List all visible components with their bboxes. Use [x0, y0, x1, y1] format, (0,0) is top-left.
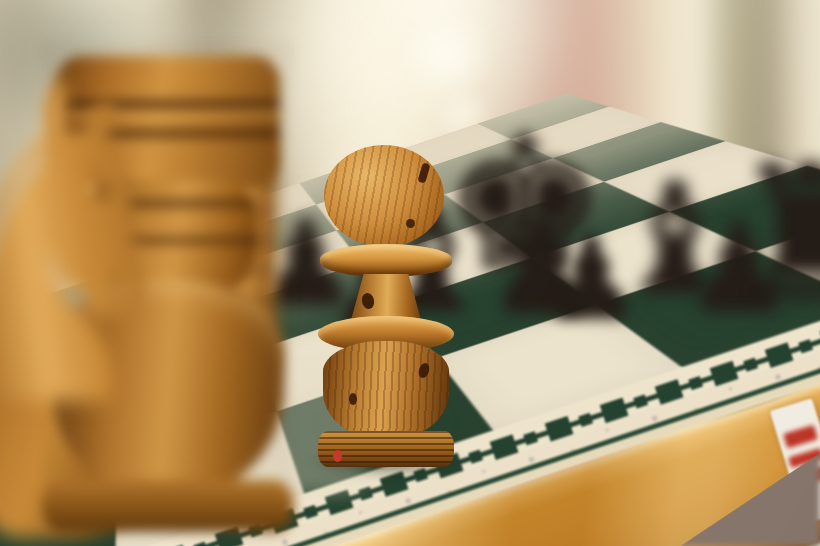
border-chain-motif [0, 263, 820, 546]
board-square [436, 305, 684, 433]
foreground-wood-piece-knob [220, 122, 270, 172]
chess-photo-scene: ♟ ♚ ♝ ♟ ♟ ♟ ♝ ♟ ♜ ♞ [0, 0, 820, 546]
pawn-shadow [308, 446, 468, 478]
board-square [277, 358, 495, 496]
board-square [299, 153, 413, 204]
black-pawn-piece: ♟ [328, 234, 427, 344]
pawn-shoulder-ring [318, 316, 454, 352]
border-outer-edge [0, 302, 820, 546]
board-square [210, 183, 316, 237]
board-square [0, 303, 23, 376]
sticker-red-print [788, 448, 820, 468]
board-square [241, 263, 394, 350]
background-light-glow [150, 0, 590, 200]
board-square [218, 205, 336, 267]
black-pawn-piece: ♟ [684, 208, 793, 330]
board-square [483, 182, 670, 258]
board-square [604, 141, 807, 212]
wood-knot [417, 162, 430, 183]
board-depth-haze [0, 94, 820, 546]
pawn-neck [351, 274, 421, 320]
rook-base [42, 480, 294, 532]
foreground-knight-piece: ♞ [0, 27, 200, 469]
board-square [336, 194, 482, 262]
foreground-rook-piece [44, 42, 292, 528]
focus-pawn-piece [318, 145, 454, 467]
wood-knot [349, 393, 357, 405]
floor-corner [0, 0, 820, 546]
board-square [414, 139, 553, 194]
board-square [316, 172, 445, 231]
board-square [511, 107, 660, 159]
board-square [669, 166, 820, 252]
wood-knot [406, 219, 415, 228]
board-square [394, 258, 596, 358]
sticker-red-print [783, 425, 818, 449]
pawn-collar-ring [320, 244, 452, 277]
red-paint-dot [333, 450, 342, 462]
board-square [115, 411, 305, 546]
rook-body [52, 280, 284, 496]
board-square [596, 251, 820, 369]
board-square [362, 222, 532, 304]
board-square [117, 350, 277, 465]
board-square [0, 344, 119, 442]
board-square [118, 303, 256, 396]
pawn-base [318, 431, 454, 467]
black-rook-piece: ♜ [728, 142, 820, 328]
chessboard [0, 94, 820, 546]
board-square [532, 212, 756, 305]
black-bishop-piece: ♝ [606, 162, 744, 316]
sticker-red-print [797, 466, 820, 487]
black-bishop-piece: ♝ [368, 190, 495, 332]
board-square [0, 339, 12, 425]
pawn-body [323, 341, 449, 437]
board-square [228, 231, 361, 304]
board-frame-edge [0, 322, 820, 546]
bokeh-highlight [398, 6, 494, 102]
board-square [121, 213, 219, 270]
board-front-border [0, 254, 820, 546]
out-of-focus-wash [116, 348, 372, 494]
black-pawn-piece: ♟ [252, 204, 360, 324]
board-square [477, 94, 609, 139]
frame-sticker [770, 398, 820, 524]
black-pawn-piece: ♟ [486, 206, 599, 332]
background-blur-columns [0, 0, 820, 546]
board-square [12, 270, 121, 339]
pawn-head [324, 145, 444, 247]
board-square [553, 122, 725, 182]
board-square [256, 304, 436, 412]
board-square [0, 396, 118, 518]
board-square [445, 158, 604, 222]
board-square [0, 465, 117, 546]
board-square [120, 237, 228, 303]
board-square [755, 198, 820, 306]
board-square [0, 303, 120, 385]
background-dark-corner [0, 0, 190, 150]
foreground-wood-piece-base [0, 376, 124, 538]
border-outer-green-line [0, 297, 820, 546]
board-square [119, 267, 240, 344]
rook-cap [56, 56, 280, 186]
wood-knot [417, 362, 431, 379]
board-square [23, 243, 121, 303]
border-speckled-cream [0, 281, 820, 546]
black-king-piece: ♚ [442, 112, 608, 297]
rook-waist-rings [78, 180, 258, 288]
bokeh-highlight [432, 84, 494, 146]
wood-knot [360, 292, 375, 310]
foreground-wood-piece-stem [218, 148, 276, 386]
board-square [388, 124, 511, 172]
border-inner-cream [0, 254, 820, 546]
board-square [0, 273, 32, 336]
black-pawn-piece: ♟ [540, 222, 642, 336]
